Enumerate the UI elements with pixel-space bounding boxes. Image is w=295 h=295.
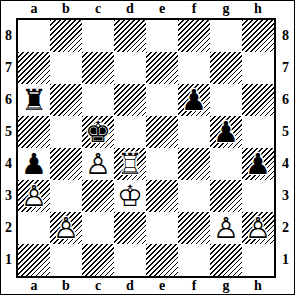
rank-label-right-2: 2 (277, 212, 294, 244)
square-h7[interactable] (242, 52, 274, 84)
square-c4[interactable]: ♟♙ (82, 148, 114, 180)
square-g6[interactable] (210, 84, 242, 116)
square-f8[interactable] (178, 20, 210, 52)
rank-label-right-3: 3 (277, 180, 294, 212)
square-b2[interactable]: ♟♙ (50, 212, 82, 244)
square-a4[interactable]: ♟ (18, 148, 50, 180)
piece-outline-layer: ♔ (114, 180, 146, 212)
file-label-top-e: e (146, 1, 178, 17)
black-king[interactable]: ♚ (82, 116, 114, 148)
square-e8[interactable] (146, 20, 178, 52)
file-label-top-a: a (18, 1, 50, 17)
piece-outline-layer: ♙ (50, 212, 82, 244)
square-e6[interactable] (146, 84, 178, 116)
chess-diagram: abcdefgh 87654321 ♜♟♚♟♟♟♙♜♖♟♟♙♚♔♟♙♟♙♟♙ 8… (0, 0, 295, 295)
file-label-top-g: g (210, 1, 242, 17)
square-f2[interactable] (178, 212, 210, 244)
square-b5[interactable] (50, 116, 82, 148)
black-pawn[interactable]: ♟ (18, 148, 50, 180)
square-e1[interactable] (146, 244, 178, 276)
square-e7[interactable] (146, 52, 178, 84)
white-pawn[interactable]: ♟♙ (82, 148, 114, 180)
file-label-top-d: d (114, 1, 146, 17)
square-f3[interactable] (178, 180, 210, 212)
white-pawn[interactable]: ♟♙ (50, 212, 82, 244)
square-a2[interactable] (18, 212, 50, 244)
piece-outline-layer: ♙ (18, 180, 50, 212)
square-h5[interactable] (242, 116, 274, 148)
rank-label-left-1: 1 (1, 244, 16, 276)
square-c5[interactable]: ♚ (82, 116, 114, 148)
square-h6[interactable] (242, 84, 274, 116)
rank-label-right-8: 8 (277, 20, 294, 52)
square-d8[interactable] (114, 20, 146, 52)
rank-labels-right: 87654321 (277, 20, 294, 276)
square-a1[interactable] (18, 244, 50, 276)
file-label-bottom-e: e (146, 278, 178, 294)
square-d6[interactable] (114, 84, 146, 116)
file-label-bottom-b: b (50, 278, 82, 294)
square-f6[interactable]: ♟ (178, 84, 210, 116)
rank-label-left-6: 6 (1, 84, 16, 116)
piece-glyph: ♜ (18, 84, 50, 116)
square-f5[interactable] (178, 116, 210, 148)
square-g5[interactable]: ♟ (210, 116, 242, 148)
square-d3[interactable]: ♚♔ (114, 180, 146, 212)
white-pawn[interactable]: ♟♙ (18, 180, 50, 212)
black-pawn[interactable]: ♟ (210, 116, 242, 148)
square-b3[interactable] (50, 180, 82, 212)
square-b1[interactable] (50, 244, 82, 276)
square-d2[interactable] (114, 212, 146, 244)
rank-label-left-4: 4 (1, 148, 16, 180)
file-label-bottom-g: g (210, 278, 242, 294)
square-c8[interactable] (82, 20, 114, 52)
file-label-top-b: b (50, 1, 82, 17)
rank-label-left-8: 8 (1, 20, 16, 52)
square-a5[interactable] (18, 116, 50, 148)
square-b4[interactable] (50, 148, 82, 180)
square-f7[interactable] (178, 52, 210, 84)
file-label-bottom-h: h (242, 278, 274, 294)
file-label-top-c: c (82, 1, 114, 17)
white-pawn[interactable]: ♟♙ (210, 212, 242, 244)
square-a7[interactable] (18, 52, 50, 84)
square-e5[interactable] (146, 116, 178, 148)
square-d5[interactable] (114, 116, 146, 148)
square-e2[interactable] (146, 212, 178, 244)
square-h1[interactable] (242, 244, 274, 276)
rank-label-right-5: 5 (277, 116, 294, 148)
square-g3[interactable] (210, 180, 242, 212)
rank-label-right-7: 7 (277, 52, 294, 84)
piece-glyph: ♟ (178, 84, 210, 116)
square-g2[interactable]: ♟♙ (210, 212, 242, 244)
square-e3[interactable] (146, 180, 178, 212)
rank-label-left-3: 3 (1, 180, 16, 212)
square-g8[interactable] (210, 20, 242, 52)
piece-glyph: ♟ (242, 148, 274, 180)
piece-glyph: ♟ (210, 116, 242, 148)
square-c3[interactable] (82, 180, 114, 212)
board: ♜♟♚♟♟♟♙♜♖♟♟♙♚♔♟♙♟♙♟♙ (16, 18, 276, 278)
white-rook[interactable]: ♜♖ (114, 148, 146, 180)
file-label-bottom-a: a (18, 278, 50, 294)
rank-label-left-2: 2 (1, 212, 16, 244)
file-label-top-h: h (242, 1, 274, 17)
square-d4[interactable]: ♜♖ (114, 148, 146, 180)
square-e4[interactable] (146, 148, 178, 180)
square-b8[interactable] (50, 20, 82, 52)
square-g1[interactable] (210, 244, 242, 276)
square-g4[interactable] (210, 148, 242, 180)
square-h4[interactable]: ♟ (242, 148, 274, 180)
square-a6[interactable]: ♜ (18, 84, 50, 116)
black-rook[interactable]: ♜ (18, 84, 50, 116)
black-pawn[interactable]: ♟ (178, 84, 210, 116)
rank-label-right-4: 4 (277, 148, 294, 180)
square-h2[interactable]: ♟♙ (242, 212, 274, 244)
file-label-bottom-f: f (178, 278, 210, 294)
square-a3[interactable]: ♟♙ (18, 180, 50, 212)
file-labels-bottom: abcdefgh (18, 278, 274, 294)
rank-label-left-5: 5 (1, 116, 16, 148)
square-b7[interactable] (50, 52, 82, 84)
piece-outline-layer: ♙ (210, 212, 242, 244)
square-d1[interactable] (114, 244, 146, 276)
file-label-bottom-c: c (82, 278, 114, 294)
rank-label-right-1: 1 (277, 244, 294, 276)
square-f4[interactable] (178, 148, 210, 180)
square-h8[interactable] (242, 20, 274, 52)
file-label-bottom-d: d (114, 278, 146, 294)
piece-outline-layer: ♖ (114, 148, 146, 180)
rank-labels-left: 87654321 (1, 20, 16, 276)
square-a8[interactable] (18, 20, 50, 52)
file-labels-top: abcdefgh (18, 1, 274, 17)
square-d7[interactable] (114, 52, 146, 84)
piece-glyph: ♚ (82, 116, 114, 148)
square-b6[interactable] (50, 84, 82, 116)
square-h3[interactable] (242, 180, 274, 212)
square-g7[interactable] (210, 52, 242, 84)
square-c6[interactable] (82, 84, 114, 116)
piece-outline-layer: ♙ (82, 148, 114, 180)
white-pawn[interactable]: ♟♙ (242, 212, 274, 244)
white-king[interactable]: ♚♔ (114, 180, 146, 212)
file-label-top-f: f (178, 1, 210, 17)
piece-outline-layer: ♙ (242, 212, 274, 244)
square-f1[interactable] (178, 244, 210, 276)
square-c2[interactable] (82, 212, 114, 244)
black-pawn[interactable]: ♟ (242, 148, 274, 180)
piece-glyph: ♟ (18, 148, 50, 180)
square-c7[interactable] (82, 52, 114, 84)
rank-label-left-7: 7 (1, 52, 16, 84)
square-c1[interactable] (82, 244, 114, 276)
rank-label-right-6: 6 (277, 84, 294, 116)
